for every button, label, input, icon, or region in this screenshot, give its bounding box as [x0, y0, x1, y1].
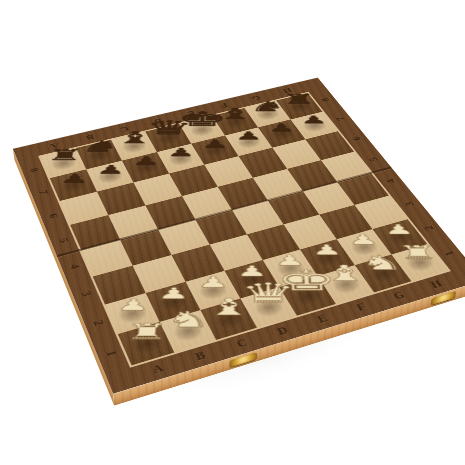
scene: ABCDEFGH ABCDEFGH 87654321 87654321 ♜♞♝♛… — [0, 0, 465, 465]
square-c3[interactable] — [172, 245, 225, 282]
square-b4[interactable] — [120, 230, 171, 266]
square-f2[interactable] — [300, 239, 355, 276]
square-b1[interactable] — [160, 310, 217, 352]
square-g2[interactable] — [337, 229, 392, 265]
chess-board: ABCDEFGH ABCDEFGH 87654321 87654321 ♜♞♝♛… — [13, 78, 465, 394]
square-c4[interactable] — [158, 220, 209, 255]
square-f1[interactable] — [318, 265, 375, 304]
square-g1[interactable] — [355, 254, 412, 292]
pawn-glyph: ♟ — [59, 172, 90, 184]
file-labels-front: ABCDEFGH — [132, 270, 462, 385]
product-photo-canvas: ABCDEFGH ABCDEFGH 87654321 87654321 ♜♞♝♛… — [0, 0, 465, 465]
square-a4[interactable] — [81, 240, 132, 277]
square-b2[interactable] — [146, 282, 201, 322]
rank-label-6: 6 — [30, 204, 74, 227]
rank-label-right-2: 2 — [406, 216, 452, 240]
rank-label-right-3: 3 — [387, 193, 432, 216]
square-e1[interactable] — [279, 276, 336, 316]
rank-label-right-1: 1 — [426, 241, 465, 266]
square-b3[interactable] — [133, 255, 186, 293]
square-b5[interactable] — [108, 205, 158, 239]
square-a3[interactable] — [93, 266, 146, 305]
piece-black-pawn-a7[interactable]: ♟ — [39, 172, 109, 184]
square-h1[interactable] — [391, 244, 448, 281]
square-d2[interactable] — [225, 260, 280, 298]
square-c2[interactable] — [186, 271, 241, 310]
square-e2[interactable] — [263, 250, 318, 288]
square-d1[interactable] — [240, 287, 297, 328]
square-a5[interactable] — [70, 215, 120, 250]
rook-glyph: ♜ — [45, 147, 84, 162]
square-c1[interactable] — [200, 298, 257, 339]
square-d3[interactable] — [210, 234, 263, 270]
piece-black-rook-a8[interactable]: ♜ — [30, 147, 99, 162]
square-d4[interactable] — [195, 210, 247, 245]
square-e3[interactable] — [247, 224, 300, 260]
rank-label-right-4: 4 — [369, 170, 413, 192]
square-a2[interactable] — [105, 293, 160, 334]
square-a1[interactable] — [118, 322, 174, 365]
rank-label-right-6: 6 — [336, 129, 378, 149]
rank-label-7: 7 — [21, 182, 64, 204]
